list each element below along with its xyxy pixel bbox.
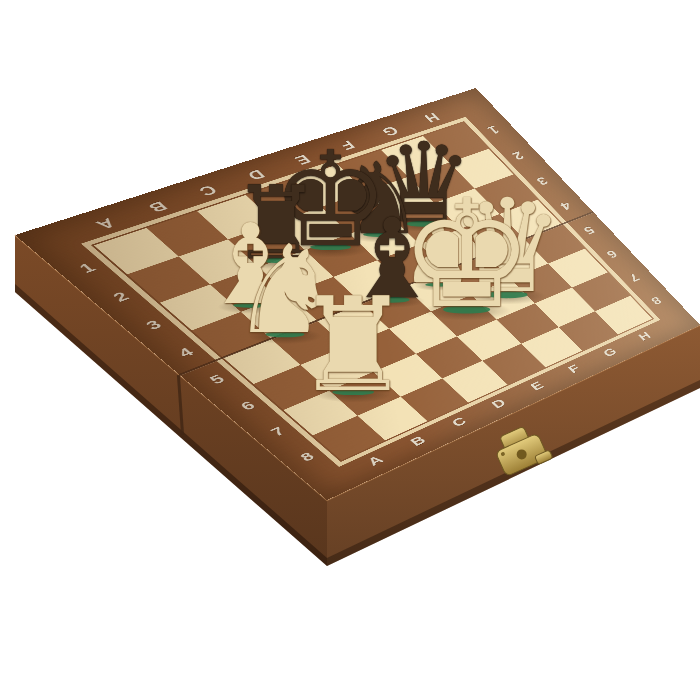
piece-white-king-d2[interactable]: ♚ bbox=[400, 180, 534, 329]
piece-white-rook-a1[interactable]: ♜ bbox=[295, 279, 412, 409]
chess-set-photo: ABCDEFGH ABCDEFGH 12345678 12345678 ♜♞♝♚… bbox=[0, 0, 700, 700]
